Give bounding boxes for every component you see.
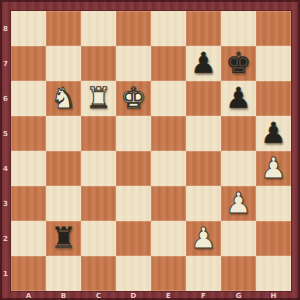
rank-label-6: 6 (0, 81, 11, 116)
square-e5[interactable] (151, 116, 186, 151)
square-f8[interactable] (186, 11, 221, 46)
square-c5[interactable] (81, 116, 116, 151)
square-g7[interactable]: ♚ (221, 46, 256, 81)
square-a5[interactable] (11, 116, 46, 151)
square-c1[interactable] (81, 256, 116, 291)
square-h2[interactable] (256, 221, 291, 256)
square-g1[interactable] (221, 256, 256, 291)
square-e8[interactable] (151, 11, 186, 46)
square-h7[interactable] (256, 46, 291, 81)
square-d2[interactable] (116, 221, 151, 256)
square-f6[interactable] (186, 81, 221, 116)
square-a6[interactable] (11, 81, 46, 116)
square-b2[interactable]: ♜ (46, 221, 81, 256)
square-b8[interactable] (46, 11, 81, 46)
square-g3[interactable]: ♟ (221, 186, 256, 221)
square-g2[interactable] (221, 221, 256, 256)
square-c7[interactable] (81, 46, 116, 81)
square-e6[interactable] (151, 81, 186, 116)
square-g5[interactable] (221, 116, 256, 151)
square-d6[interactable]: ♚ (116, 81, 151, 116)
file-label-h: H (256, 291, 291, 300)
square-h4[interactable]: ♟ (256, 151, 291, 186)
square-c2[interactable] (81, 221, 116, 256)
square-d5[interactable] (116, 116, 151, 151)
white-king-piece[interactable]: ♚ (116, 81, 151, 116)
square-b7[interactable] (46, 46, 81, 81)
file-label-f: F (186, 291, 221, 300)
square-c4[interactable] (81, 151, 116, 186)
chess-board-frame: 87654321 ABCDEFGH ♟♚♞♜♚♟♟♟♟♜♟ (0, 0, 300, 300)
square-d3[interactable] (116, 186, 151, 221)
rank-label-3: 3 (0, 186, 11, 221)
square-h5[interactable]: ♟ (256, 116, 291, 151)
square-a2[interactable] (11, 221, 46, 256)
square-a8[interactable] (11, 11, 46, 46)
square-h1[interactable] (256, 256, 291, 291)
black-rook-piece[interactable]: ♜ (46, 221, 81, 256)
white-knight-piece[interactable]: ♞ (46, 81, 81, 116)
square-b6[interactable]: ♞ (46, 81, 81, 116)
file-labels: ABCDEFGH (11, 291, 291, 300)
file-label-b: B (46, 291, 81, 300)
chess-board: ♟♚♞♜♚♟♟♟♟♜♟ (11, 11, 291, 291)
square-g4[interactable] (221, 151, 256, 186)
file-label-e: E (151, 291, 186, 300)
white-rook-piece[interactable]: ♜ (81, 81, 116, 116)
square-d8[interactable] (116, 11, 151, 46)
square-d7[interactable] (116, 46, 151, 81)
square-b3[interactable] (46, 186, 81, 221)
square-e7[interactable] (151, 46, 186, 81)
square-g6[interactable]: ♟ (221, 81, 256, 116)
square-e3[interactable] (151, 186, 186, 221)
rank-label-4: 4 (0, 151, 11, 186)
square-a1[interactable] (11, 256, 46, 291)
file-label-a: A (11, 291, 46, 300)
black-pawn-piece[interactable]: ♟ (186, 46, 221, 81)
rank-label-2: 2 (0, 221, 11, 256)
square-b4[interactable] (46, 151, 81, 186)
square-h3[interactable] (256, 186, 291, 221)
square-a7[interactable] (11, 46, 46, 81)
square-e1[interactable] (151, 256, 186, 291)
black-pawn-piece[interactable]: ♟ (256, 116, 291, 151)
file-label-g: G (221, 291, 256, 300)
white-pawn-piece[interactable]: ♟ (256, 151, 291, 186)
rank-label-1: 1 (0, 256, 11, 291)
square-a3[interactable] (11, 186, 46, 221)
square-e2[interactable] (151, 221, 186, 256)
square-f2[interactable]: ♟ (186, 221, 221, 256)
square-f1[interactable] (186, 256, 221, 291)
square-d4[interactable] (116, 151, 151, 186)
square-h8[interactable] (256, 11, 291, 46)
square-f7[interactable]: ♟ (186, 46, 221, 81)
black-king-piece[interactable]: ♚ (221, 46, 256, 81)
square-d1[interactable] (116, 256, 151, 291)
square-g8[interactable] (221, 11, 256, 46)
square-c6[interactable]: ♜ (81, 81, 116, 116)
square-f4[interactable] (186, 151, 221, 186)
square-b5[interactable] (46, 116, 81, 151)
file-label-d: D (116, 291, 151, 300)
square-c8[interactable] (81, 11, 116, 46)
square-c3[interactable] (81, 186, 116, 221)
square-h6[interactable] (256, 81, 291, 116)
square-f5[interactable] (186, 116, 221, 151)
square-a4[interactable] (11, 151, 46, 186)
white-pawn-piece[interactable]: ♟ (221, 186, 256, 221)
rank-label-7: 7 (0, 46, 11, 81)
black-pawn-piece[interactable]: ♟ (221, 81, 256, 116)
file-label-c: C (81, 291, 116, 300)
rank-label-8: 8 (0, 11, 11, 46)
rank-labels: 87654321 (0, 11, 11, 291)
square-e4[interactable] (151, 151, 186, 186)
square-b1[interactable] (46, 256, 81, 291)
square-f3[interactable] (186, 186, 221, 221)
rank-label-5: 5 (0, 116, 11, 151)
white-pawn-piece[interactable]: ♟ (186, 221, 221, 256)
